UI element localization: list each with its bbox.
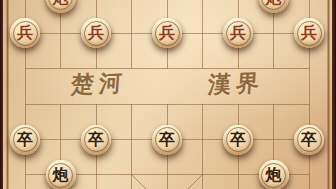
xiangqi-app-frame: 楚河 漢界 炮炮兵兵兵兵兵卒卒卒卒卒炮炮 — [0, 0, 336, 189]
piece-character: 兵 — [88, 25, 104, 41]
piece-red-soldier[interactable]: 兵 — [152, 18, 182, 48]
piece-character: 炮 — [266, 167, 282, 183]
xiangqi-board[interactable]: 楚河 漢界 炮炮兵兵兵兵兵卒卒卒卒卒炮炮 — [0, 0, 336, 189]
piece-black-soldier[interactable]: 卒 — [10, 125, 40, 155]
piece-black-soldier[interactable]: 卒 — [294, 125, 324, 155]
piece-character: 炮 — [266, 0, 282, 5]
river-label-chu-he: 楚河 — [70, 67, 128, 100]
piece-character: 兵 — [301, 25, 317, 41]
piece-black-cannon[interactable]: 炮 — [259, 160, 289, 189]
piece-red-soldier[interactable]: 兵 — [223, 18, 253, 48]
screen-edge-left — [0, 0, 3, 189]
river-label-han-jie: 漢界 — [207, 67, 265, 100]
piece-black-soldier[interactable]: 卒 — [81, 125, 111, 155]
piece-character: 卒 — [301, 131, 317, 147]
piece-red-soldier[interactable]: 兵 — [81, 18, 111, 48]
piece-character: 卒 — [230, 131, 246, 147]
piece-character: 炮 — [53, 167, 69, 183]
piece-red-soldier[interactable]: 兵 — [294, 18, 324, 48]
piece-character: 兵 — [159, 25, 175, 41]
piece-black-cannon[interactable]: 炮 — [46, 160, 76, 189]
piece-character: 卒 — [17, 131, 33, 147]
piece-character: 兵 — [230, 25, 246, 41]
piece-character: 兵 — [17, 25, 33, 41]
piece-character: 卒 — [159, 131, 175, 147]
piece-red-soldier[interactable]: 兵 — [10, 18, 40, 48]
screen-edge-right — [332, 0, 336, 189]
piece-character: 卒 — [88, 131, 104, 147]
piece-black-soldier[interactable]: 卒 — [223, 125, 253, 155]
piece-black-soldier[interactable]: 卒 — [152, 125, 182, 155]
piece-character: 炮 — [53, 0, 69, 5]
